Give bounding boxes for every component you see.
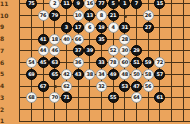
row-label-10: 10 xyxy=(0,13,9,19)
stone-white-2: 2 xyxy=(49,0,60,9)
stone-black-47: 47 xyxy=(131,81,142,92)
stone-white-42: 42 xyxy=(61,69,72,80)
go-diagram-screen: 1110987654321752119167751715767910138212… xyxy=(0,0,190,124)
stone-black-17: 17 xyxy=(73,22,84,33)
stone-black-5: 5 xyxy=(108,0,119,9)
stone-white-30: 30 xyxy=(119,45,130,56)
stone-black-19: 19 xyxy=(96,22,107,33)
stone-white-52: 52 xyxy=(108,45,119,56)
stone-white-72: 72 xyxy=(154,57,165,68)
stone-white-54: 54 xyxy=(26,57,37,68)
stone-white-68: 68 xyxy=(26,92,37,103)
stone-black-57: 57 xyxy=(154,69,165,80)
row-label-2: 2 xyxy=(0,107,9,113)
stone-white-76: 76 xyxy=(38,10,49,21)
stone-white-28: 28 xyxy=(119,34,130,45)
stone-black-41: 41 xyxy=(38,34,49,45)
stone-black-21: 21 xyxy=(108,10,119,21)
stone-white-62: 62 xyxy=(61,81,72,92)
stone-black-43: 43 xyxy=(73,69,84,80)
stone-black-31: 31 xyxy=(119,22,130,33)
stone-black-3: 3 xyxy=(61,22,72,33)
stone-black-65: 65 xyxy=(49,69,60,80)
grid-line-h-1 xyxy=(19,121,190,122)
stone-black-51: 51 xyxy=(131,57,142,68)
grid-line-v-15 xyxy=(183,0,184,122)
grid-line-h-2 xyxy=(19,109,190,110)
hoshi-point xyxy=(124,15,127,18)
grid-line-v-1 xyxy=(19,0,20,122)
stone-white-58: 58 xyxy=(143,69,154,80)
stone-white-60: 60 xyxy=(119,57,130,68)
go-board[interactable]: 1110987654321752119167751715767910138212… xyxy=(0,0,190,124)
stone-white-70: 70 xyxy=(49,92,60,103)
stone-black-55: 55 xyxy=(108,92,119,103)
stone-black-79: 79 xyxy=(49,10,60,21)
row-label-8: 8 xyxy=(0,36,9,42)
stone-white-18: 18 xyxy=(49,34,60,45)
stone-black-53: 53 xyxy=(119,81,130,92)
stone-white-56: 56 xyxy=(143,81,154,92)
stone-white-48: 48 xyxy=(119,69,130,80)
stone-white-50: 50 xyxy=(131,69,142,80)
stone-black-15: 15 xyxy=(154,0,165,9)
stone-black-29: 29 xyxy=(131,45,142,56)
stone-white-46: 46 xyxy=(49,45,60,56)
stone-white-38: 38 xyxy=(84,69,95,80)
stone-white-78: 78 xyxy=(108,57,119,68)
stone-black-67: 67 xyxy=(38,81,49,92)
stone-black-33: 33 xyxy=(96,57,107,68)
stone-white-26: 26 xyxy=(143,10,154,21)
stone-black-75: 75 xyxy=(26,0,37,9)
stone-black-69: 69 xyxy=(26,69,37,80)
stone-black-59: 59 xyxy=(143,57,154,68)
stone-black-13: 13 xyxy=(84,10,95,21)
stone-black-35: 35 xyxy=(96,34,107,45)
row-label-11: 11 xyxy=(0,1,9,7)
stone-white-10: 10 xyxy=(73,10,84,21)
stone-black-9: 9 xyxy=(73,0,84,9)
stone-white-6: 6 xyxy=(84,22,95,33)
stone-black-37: 37 xyxy=(73,45,84,56)
stone-black-7: 7 xyxy=(131,0,142,9)
stone-black-77: 77 xyxy=(96,0,107,9)
stone-black-61: 61 xyxy=(154,92,165,103)
row-label-5: 5 xyxy=(0,71,9,77)
hoshi-point xyxy=(54,85,57,88)
stone-black-45: 45 xyxy=(38,57,49,68)
stone-black-63: 63 xyxy=(49,57,60,68)
grid-line-v-5 xyxy=(66,0,67,122)
stone-white-4: 4 xyxy=(108,22,119,33)
row-label-4: 4 xyxy=(0,83,9,89)
stone-white-66: 66 xyxy=(73,34,84,45)
stone-white-32: 32 xyxy=(96,81,107,92)
stone-black-39: 39 xyxy=(84,45,95,56)
stone-black-71: 71 xyxy=(61,92,72,103)
stone-white-40: 40 xyxy=(61,34,72,45)
row-label-1: 1 xyxy=(0,118,9,124)
stone-white-44: 44 xyxy=(38,45,49,56)
stone-white-34: 34 xyxy=(96,69,107,80)
stone-black-1: 1 xyxy=(119,0,130,9)
stone-white-36: 36 xyxy=(73,57,84,68)
stone-black-49: 49 xyxy=(108,69,119,80)
row-label-6: 6 xyxy=(0,60,9,66)
stone-white-64: 64 xyxy=(131,92,142,103)
row-label-7: 7 xyxy=(0,48,9,54)
stone-white-8: 8 xyxy=(96,10,107,21)
row-label-3: 3 xyxy=(0,95,9,101)
row-label-9: 9 xyxy=(0,24,9,30)
grid-line-v-14 xyxy=(171,0,172,122)
stone-black-11: 11 xyxy=(61,0,72,9)
stone-black-27: 27 xyxy=(143,22,154,33)
stone-white-16: 16 xyxy=(84,0,95,9)
